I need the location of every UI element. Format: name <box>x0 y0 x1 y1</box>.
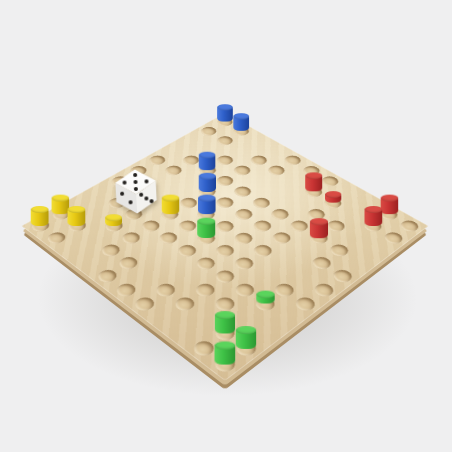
peg-red-seated[interactable] <box>325 194 342 203</box>
board-cell <box>355 214 392 238</box>
board-hole <box>213 196 236 211</box>
peg-top-face <box>68 206 86 213</box>
peg-yellow[interactable] <box>161 197 179 214</box>
peg-blue[interactable] <box>217 107 233 122</box>
peg-blue[interactable] <box>199 155 216 171</box>
peg-top-face <box>198 195 216 202</box>
board-hole <box>398 218 422 233</box>
peg-top-face <box>215 341 236 349</box>
board-hole <box>139 218 163 233</box>
board-hole <box>312 281 338 299</box>
board-cell <box>320 238 358 263</box>
board-hole <box>232 281 258 299</box>
peg-top-face <box>364 206 382 213</box>
peg-green[interactable] <box>197 221 215 238</box>
die[interactable] <box>113 167 159 215</box>
peg-top-face <box>236 326 257 334</box>
peg-top-face <box>380 195 398 202</box>
peg-top-face <box>197 218 215 225</box>
board-hole <box>266 164 288 177</box>
peg-red[interactable] <box>380 197 398 214</box>
peg-top-face <box>256 291 275 299</box>
board-hole <box>162 164 184 177</box>
board-hole <box>116 255 141 272</box>
peg-top-face <box>199 173 216 180</box>
board-hole <box>94 268 119 285</box>
board-hole <box>44 230 68 246</box>
peg-red[interactable] <box>364 209 382 226</box>
board-hole <box>232 230 256 246</box>
peg-green[interactable] <box>236 329 257 348</box>
board-hole <box>272 281 298 299</box>
product-photo-stage <box>0 0 452 452</box>
peg-red[interactable] <box>305 175 322 191</box>
peg-top-face <box>52 195 70 202</box>
board-hole <box>251 242 276 258</box>
board-hole <box>309 255 334 272</box>
peg-blue[interactable] <box>198 198 216 215</box>
peg-top-face <box>325 191 342 198</box>
peg-green[interactable] <box>215 314 235 333</box>
peg-yellow[interactable] <box>68 209 86 226</box>
board-cell <box>59 214 96 238</box>
peg-blue[interactable] <box>233 116 249 131</box>
peg-blue[interactable] <box>199 175 216 191</box>
board-hole <box>171 295 197 313</box>
board-hole <box>231 185 254 199</box>
peg-top-face <box>199 152 216 159</box>
peg-top-face <box>217 104 233 110</box>
peg-yellow[interactable] <box>31 209 49 226</box>
peg-green[interactable] <box>215 345 236 365</box>
board-hole <box>131 295 157 313</box>
board-hole <box>231 164 253 177</box>
peg-top-face <box>305 173 322 180</box>
peg-top-face <box>215 311 235 319</box>
board-hole <box>249 196 272 211</box>
peg-red[interactable] <box>310 221 328 238</box>
peg-top-face <box>161 195 179 202</box>
board-hole <box>293 295 319 313</box>
peg-top-face <box>105 214 122 221</box>
board-hole <box>287 218 311 233</box>
board-hole <box>152 281 178 299</box>
peg-top-face <box>31 206 49 213</box>
board-hole <box>232 255 257 272</box>
peg-green-seated[interactable] <box>256 294 275 304</box>
peg-top-face <box>310 218 328 225</box>
board-hole <box>214 134 236 146</box>
board-hole <box>213 242 238 258</box>
board-hole <box>213 218 237 233</box>
peg-top-face <box>233 113 249 119</box>
board-hole <box>119 230 143 246</box>
die-pip-right <box>149 199 153 203</box>
peg-yellow-seated[interactable] <box>105 217 122 226</box>
